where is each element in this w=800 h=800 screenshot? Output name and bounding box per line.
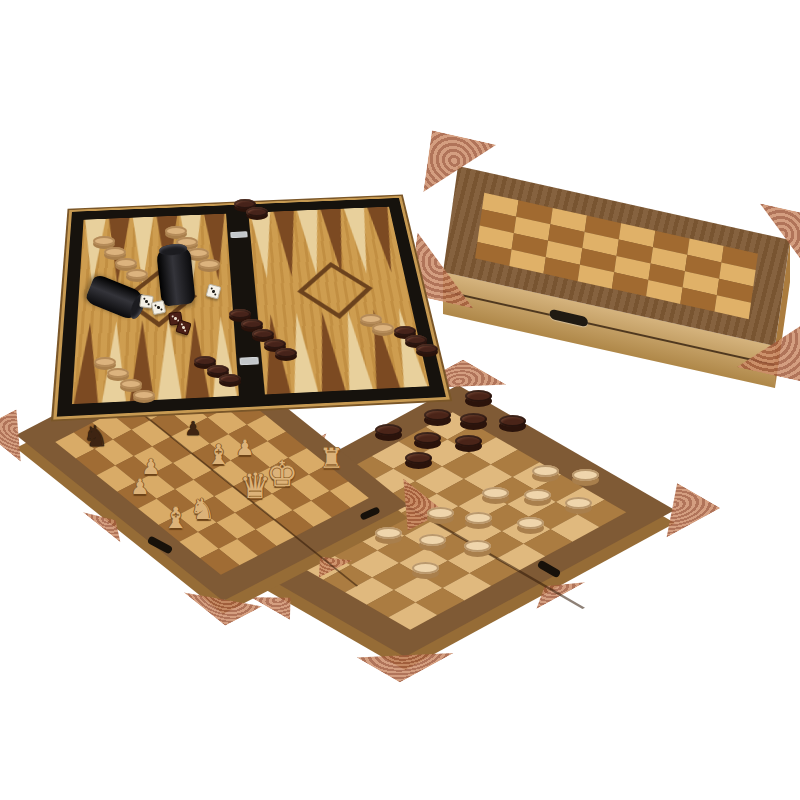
hinge-icon	[239, 357, 259, 365]
backgammon-checker-light	[94, 357, 116, 367]
die-pip	[147, 303, 150, 306]
backgammon-checker-light	[126, 269, 148, 279]
backgammon-checker-dark	[207, 365, 229, 375]
product-photo-game-set: ♜♟♞♟♝♜♟♚♟♛♞♝	[0, 0, 800, 800]
backgammon-checker-dark	[394, 326, 416, 336]
backgammon-checker-dark	[229, 309, 251, 319]
checkers-piece-dark	[424, 409, 451, 421]
burl-inlay	[751, 203, 800, 279]
checkers-piece-light	[524, 489, 551, 501]
case-clasp	[549, 308, 587, 327]
backgammon-point	[272, 211, 304, 278]
checkers-piece-dark	[455, 435, 482, 447]
backgammon-checker-dark	[219, 374, 241, 384]
checkers-piece-dark	[465, 390, 492, 402]
checkers-piece-dark	[414, 432, 441, 444]
burl-inlay	[623, 483, 720, 537]
backgammon-checker-light	[104, 247, 126, 257]
checkers-piece-dark	[499, 415, 526, 427]
burl-inlay	[357, 628, 454, 682]
chess-piece-white-pawn: ♟	[131, 476, 150, 498]
checkers-piece-light	[427, 507, 454, 519]
backgammon-checker-dark	[246, 207, 268, 217]
checkers-piece-dark	[405, 452, 432, 464]
backgammon-point	[309, 311, 347, 392]
die-pip	[184, 329, 187, 332]
chess-piece-white-bishop: ♝	[163, 503, 189, 533]
chess-piece-white-knight: ♞	[190, 494, 216, 524]
backgammon-checker-light	[93, 236, 115, 246]
chess-piece-white-king: ♚	[267, 456, 298, 493]
backgammon-point	[366, 207, 404, 273]
dice-cup-standing	[156, 247, 196, 306]
backgammon-checker-dark	[252, 329, 274, 339]
backgammon-checker-light	[165, 226, 187, 236]
backgammon-checker-light	[115, 258, 137, 268]
backgammon-checker-dark	[416, 344, 438, 354]
checkers-piece-light	[565, 497, 592, 509]
checkers-piece-dark	[375, 424, 402, 436]
chess-piece-black-pawn: ♟	[185, 419, 202, 439]
checkers-piece-light	[482, 487, 509, 499]
backgammon-checker-light	[372, 323, 394, 333]
checkers-piece-light	[532, 465, 559, 477]
chess-piece-white-bishop: ♝	[207, 441, 231, 469]
chess-piece-white-queen: ♛	[240, 468, 271, 505]
backgammon-checker-dark	[264, 339, 286, 349]
backgammon-checker-light	[360, 314, 382, 324]
backgammon-checker-light	[107, 368, 129, 378]
backgammon-checker-dark	[405, 335, 427, 345]
backgammon-right-half	[248, 207, 429, 395]
chess-piece-black-knight: ♞	[83, 421, 109, 451]
checkers-piece-light	[572, 469, 599, 481]
backgammon-checker-light	[133, 390, 155, 400]
hinge-icon	[230, 231, 247, 238]
checkers-piece-light	[419, 534, 446, 546]
die-pip	[160, 308, 163, 311]
die-white	[151, 300, 166, 315]
checkers-piece-light	[464, 540, 491, 552]
checkers-piece-light	[375, 527, 402, 539]
backgammon-checker-dark	[241, 319, 263, 329]
checkers-piece-light	[465, 512, 492, 524]
chess-piece-white-rook: ♜	[320, 445, 344, 473]
die-pip	[214, 293, 217, 296]
checkers-piece-light	[412, 562, 439, 574]
backgammon-checker-dark	[275, 348, 297, 358]
backgammon-checker-light	[198, 259, 220, 269]
checkers-piece-light	[517, 517, 544, 529]
checkers-piece-dark	[460, 413, 487, 425]
backgammon-checker-dark	[194, 356, 216, 366]
backgammon-checker-light	[120, 379, 142, 389]
chess-piece-white-pawn: ♟	[236, 437, 255, 459]
